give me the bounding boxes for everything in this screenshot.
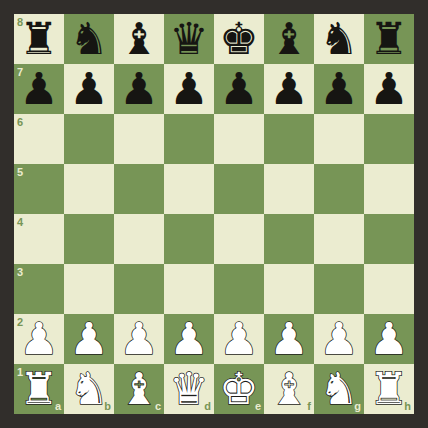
- rank-label-2: 2: [17, 317, 23, 328]
- rank-label-8: 8: [17, 17, 23, 28]
- square-d3[interactable]: [164, 264, 214, 314]
- square-h4[interactable]: [364, 214, 414, 264]
- square-e3[interactable]: [214, 264, 264, 314]
- piece-white-bishop[interactable]: ♝: [119, 364, 158, 414]
- square-f6[interactable]: [264, 114, 314, 164]
- piece-black-pawn[interactable]: ♟: [169, 64, 208, 114]
- square-h7[interactable]: ♟: [364, 64, 414, 114]
- piece-black-rook[interactable]: ♜: [369, 14, 408, 64]
- file-label-f: f: [307, 401, 311, 412]
- piece-white-knight[interactable]: ♞: [319, 364, 358, 414]
- rank-label-5: 5: [17, 167, 23, 178]
- square-d4[interactable]: [164, 214, 214, 264]
- square-b3[interactable]: [64, 264, 114, 314]
- piece-white-pawn[interactable]: ♟: [119, 314, 158, 364]
- square-h1[interactable]: h♜: [364, 364, 414, 414]
- square-a7[interactable]: 7♟: [14, 64, 64, 114]
- square-g3[interactable]: [314, 264, 364, 314]
- square-c1[interactable]: c♝: [114, 364, 164, 414]
- square-f7[interactable]: ♟: [264, 64, 314, 114]
- square-c5[interactable]: [114, 164, 164, 214]
- piece-white-pawn[interactable]: ♟: [269, 314, 308, 364]
- piece-black-king[interactable]: ♚: [219, 14, 258, 64]
- square-b8[interactable]: ♞: [64, 14, 114, 64]
- square-c2[interactable]: ♟: [114, 314, 164, 364]
- square-a5[interactable]: 5: [14, 164, 64, 214]
- piece-black-pawn[interactable]: ♟: [219, 64, 258, 114]
- square-d1[interactable]: d♛: [164, 364, 214, 414]
- square-h6[interactable]: [364, 114, 414, 164]
- piece-black-knight[interactable]: ♞: [69, 14, 108, 64]
- piece-black-rook[interactable]: ♜: [19, 14, 58, 64]
- square-e5[interactable]: [214, 164, 264, 214]
- rank-label-3: 3: [17, 267, 23, 278]
- square-f8[interactable]: ♝: [264, 14, 314, 64]
- piece-white-rook[interactable]: ♜: [19, 364, 58, 414]
- file-label-d: d: [204, 401, 211, 412]
- square-b5[interactable]: [64, 164, 114, 214]
- square-a3[interactable]: 3: [14, 264, 64, 314]
- square-d5[interactable]: [164, 164, 214, 214]
- rank-label-7: 7: [17, 67, 23, 78]
- square-b6[interactable]: [64, 114, 114, 164]
- square-h5[interactable]: [364, 164, 414, 214]
- piece-white-knight[interactable]: ♞: [69, 364, 108, 414]
- square-c6[interactable]: [114, 114, 164, 164]
- square-b1[interactable]: b♞: [64, 364, 114, 414]
- square-a1[interactable]: 1a♜: [14, 364, 64, 414]
- board-frame: 8♜♞♝♛♚♝♞♜7♟♟♟♟♟♟♟♟65432♟♟♟♟♟♟♟♟1a♜b♞c♝d♛…: [0, 0, 428, 428]
- square-e1[interactable]: e♚: [214, 364, 264, 414]
- square-a6[interactable]: 6: [14, 114, 64, 164]
- piece-white-pawn[interactable]: ♟: [319, 314, 358, 364]
- piece-white-pawn[interactable]: ♟: [19, 314, 58, 364]
- square-d7[interactable]: ♟: [164, 64, 214, 114]
- file-label-b: b: [104, 401, 111, 412]
- square-e2[interactable]: ♟: [214, 314, 264, 364]
- square-c4[interactable]: [114, 214, 164, 264]
- square-e4[interactable]: [214, 214, 264, 264]
- piece-black-bishop[interactable]: ♝: [119, 14, 158, 64]
- square-f3[interactable]: [264, 264, 314, 314]
- rank-label-4: 4: [17, 217, 23, 228]
- square-c3[interactable]: [114, 264, 164, 314]
- chess-board: 8♜♞♝♛♚♝♞♜7♟♟♟♟♟♟♟♟65432♟♟♟♟♟♟♟♟1a♜b♞c♝d♛…: [14, 14, 414, 414]
- rank-label-1: 1: [17, 367, 23, 378]
- square-h3[interactable]: [364, 264, 414, 314]
- square-b4[interactable]: [64, 214, 114, 264]
- file-label-e: e: [255, 401, 261, 412]
- square-b2[interactable]: ♟: [64, 314, 114, 364]
- piece-black-queen[interactable]: ♛: [169, 14, 208, 64]
- square-d6[interactable]: [164, 114, 214, 164]
- square-a2[interactable]: 2♟: [14, 314, 64, 364]
- piece-white-queen[interactable]: ♛: [169, 364, 208, 414]
- square-d8[interactable]: ♛: [164, 14, 214, 64]
- square-h2[interactable]: ♟: [364, 314, 414, 364]
- piece-white-bishop[interactable]: ♝: [269, 364, 308, 414]
- square-a8[interactable]: 8♜: [14, 14, 64, 64]
- square-f5[interactable]: [264, 164, 314, 214]
- piece-black-bishop[interactable]: ♝: [269, 14, 308, 64]
- square-g6[interactable]: [314, 114, 364, 164]
- square-g4[interactable]: [314, 214, 364, 264]
- piece-white-pawn[interactable]: ♟: [369, 314, 408, 364]
- square-f4[interactable]: [264, 214, 314, 264]
- rank-label-6: 6: [17, 117, 23, 128]
- square-g2[interactable]: ♟: [314, 314, 364, 364]
- square-c8[interactable]: ♝: [114, 14, 164, 64]
- piece-white-pawn[interactable]: ♟: [219, 314, 258, 364]
- square-g7[interactable]: ♟: [314, 64, 364, 114]
- file-label-h: h: [404, 401, 411, 412]
- square-f2[interactable]: ♟: [264, 314, 314, 364]
- piece-white-pawn[interactable]: ♟: [69, 314, 108, 364]
- piece-black-pawn[interactable]: ♟: [269, 64, 308, 114]
- file-label-c: c: [155, 401, 161, 412]
- square-b7[interactable]: ♟: [64, 64, 114, 114]
- piece-black-pawn[interactable]: ♟: [19, 64, 58, 114]
- square-h8[interactable]: ♜: [364, 14, 414, 64]
- piece-black-pawn[interactable]: ♟: [319, 64, 358, 114]
- file-label-g: g: [354, 401, 361, 412]
- piece-black-knight[interactable]: ♞: [319, 14, 358, 64]
- square-g1[interactable]: g♞: [314, 364, 364, 414]
- piece-black-pawn[interactable]: ♟: [69, 64, 108, 114]
- square-a4[interactable]: 4: [14, 214, 64, 264]
- square-e7[interactable]: ♟: [214, 64, 264, 114]
- square-d2[interactable]: ♟: [164, 314, 214, 364]
- square-g5[interactable]: [314, 164, 364, 214]
- square-f1[interactable]: f♝: [264, 364, 314, 414]
- piece-black-pawn[interactable]: ♟: [369, 64, 408, 114]
- square-e8[interactable]: ♚: [214, 14, 264, 64]
- square-g8[interactable]: ♞: [314, 14, 364, 64]
- piece-white-rook[interactable]: ♜: [369, 364, 408, 414]
- piece-white-pawn[interactable]: ♟: [169, 314, 208, 364]
- square-c7[interactable]: ♟: [114, 64, 164, 114]
- piece-white-king[interactable]: ♚: [219, 364, 258, 414]
- file-label-a: a: [55, 401, 61, 412]
- piece-black-pawn[interactable]: ♟: [119, 64, 158, 114]
- square-e6[interactable]: [214, 114, 264, 164]
